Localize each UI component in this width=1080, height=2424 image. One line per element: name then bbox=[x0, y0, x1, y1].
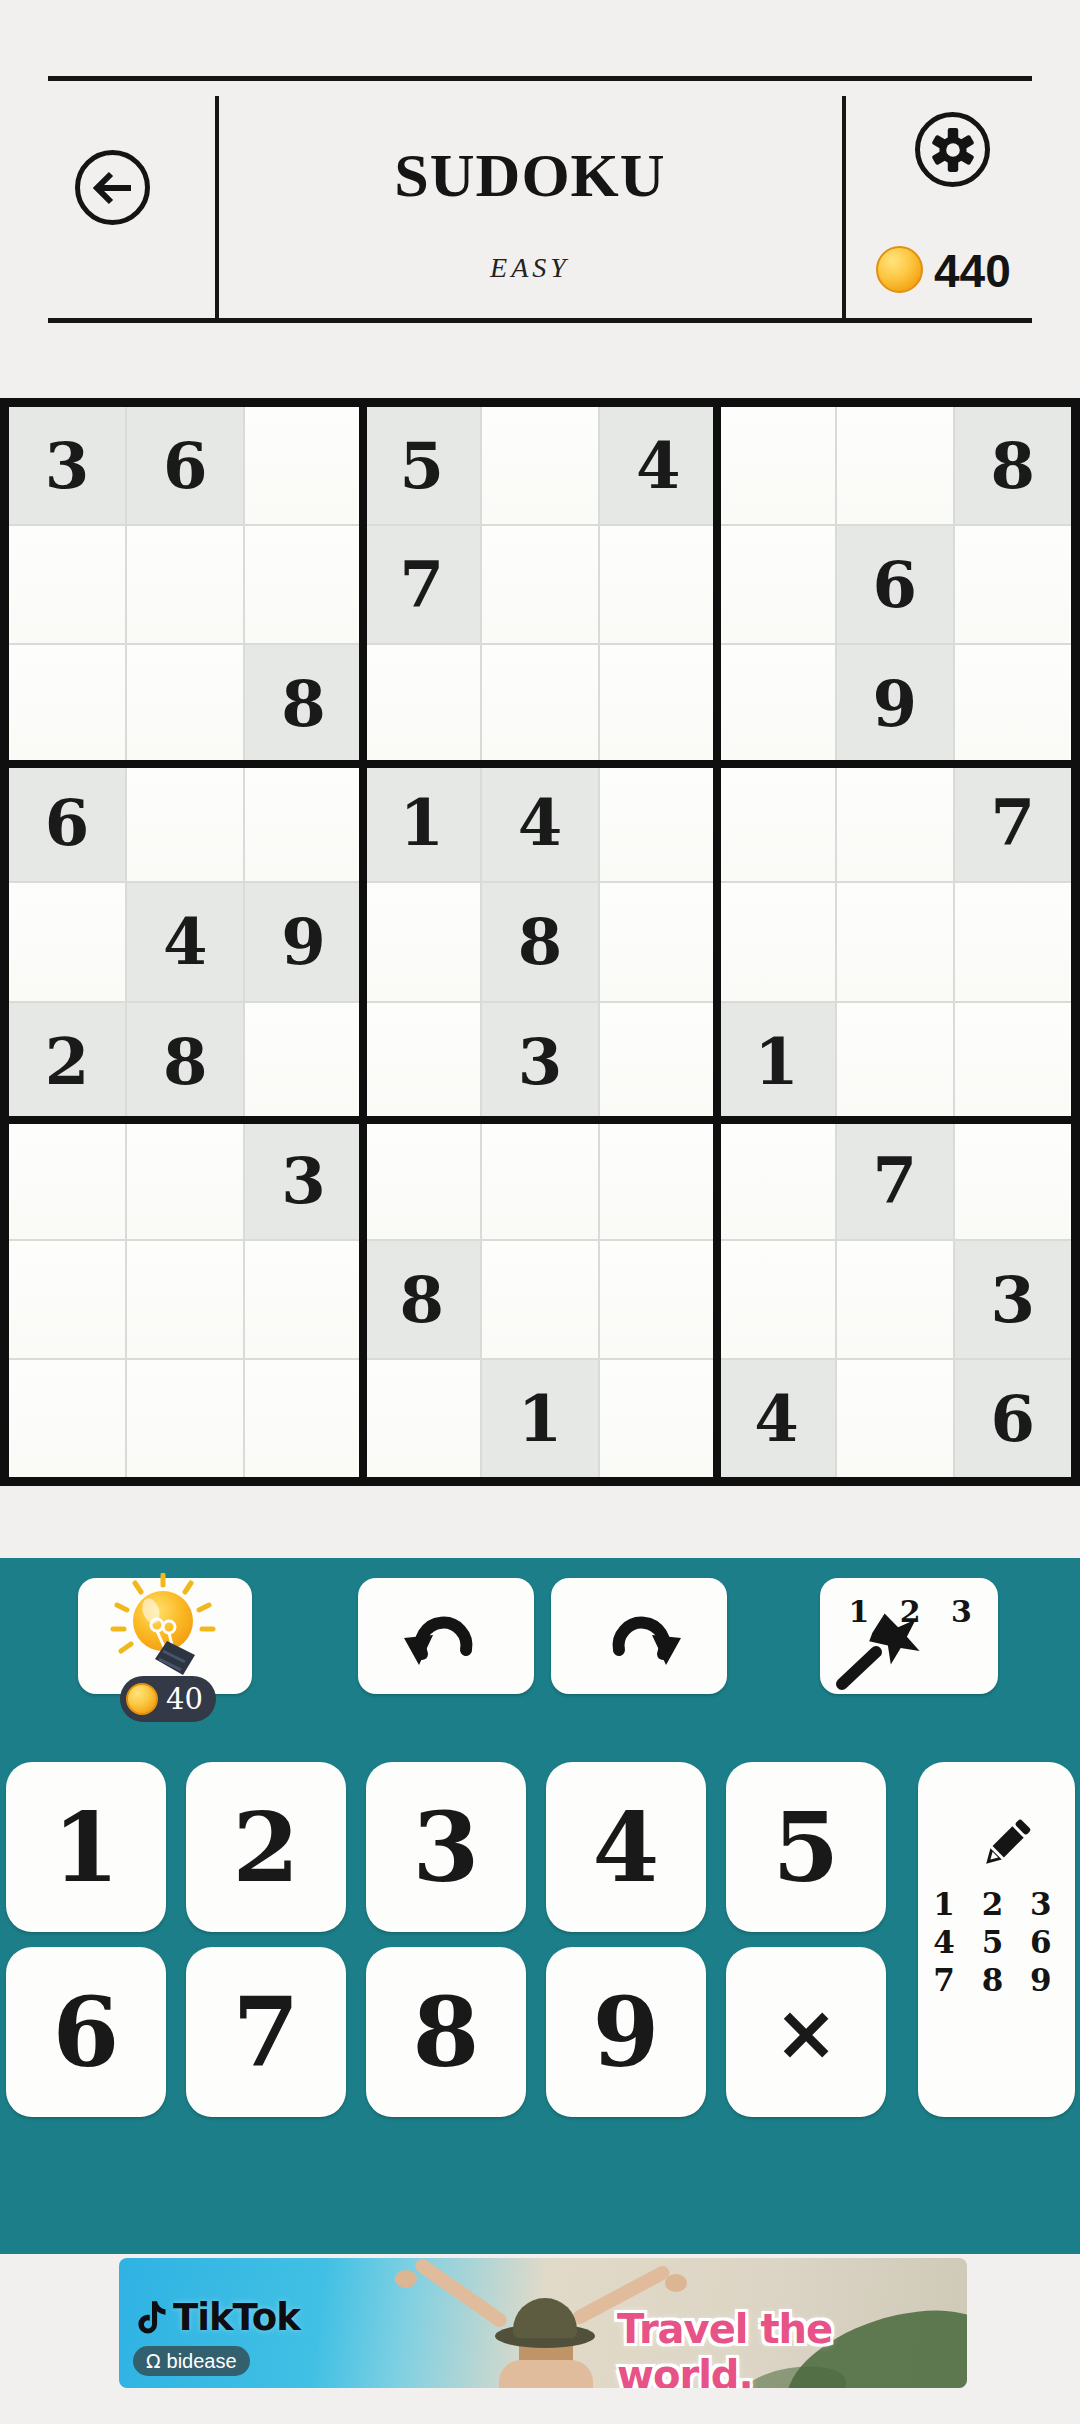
keypad-row-2: 6789× bbox=[6, 1947, 886, 2117]
gear-icon bbox=[930, 127, 976, 173]
coin-balance: 440 bbox=[934, 244, 1011, 298]
cell-r2c5[interactable] bbox=[482, 526, 598, 643]
cell-r5c3[interactable]: 9 bbox=[245, 883, 361, 1000]
key-2[interactable]: 2 bbox=[186, 1762, 346, 1932]
box-divider-vertical-1 bbox=[359, 407, 367, 1477]
cell-r1c1[interactable]: 3 bbox=[9, 407, 125, 524]
ad-photo-hand bbox=[395, 2270, 417, 2288]
difficulty-label: EASY bbox=[220, 252, 840, 284]
key-8[interactable]: 8 bbox=[366, 1947, 526, 2117]
back-arrow-icon bbox=[90, 165, 136, 211]
ad-tagline: Travel the world. bbox=[617, 2306, 967, 2388]
cell-r9c6[interactable] bbox=[600, 1360, 716, 1477]
cell-r1c5[interactable] bbox=[482, 407, 598, 524]
cell-r3c2[interactable] bbox=[127, 645, 243, 762]
bidease-label: bidease bbox=[167, 2350, 237, 2373]
cell-r9c3[interactable] bbox=[245, 1360, 361, 1477]
wand-digits-label: 1 2 3 bbox=[848, 1594, 982, 1629]
box-divider-horizontal-2 bbox=[9, 1116, 1071, 1124]
cell-r8c2[interactable] bbox=[127, 1241, 243, 1358]
ad-banner[interactable]: TikTok Ω bidease Travel the world. bbox=[119, 2258, 967, 2388]
cell-r8c8[interactable] bbox=[837, 1241, 953, 1358]
key-1[interactable]: 1 bbox=[6, 1762, 166, 1932]
ad-photo-hand bbox=[665, 2274, 687, 2292]
cell-r6c6[interactable] bbox=[600, 1003, 716, 1120]
sudoku-board: 365487689614749828313783146 bbox=[0, 398, 1080, 1486]
cell-r2c3[interactable] bbox=[245, 526, 361, 643]
header-divider-left bbox=[215, 96, 219, 318]
cell-r6c4[interactable] bbox=[364, 1003, 480, 1120]
cell-r1c4[interactable]: 5 bbox=[364, 407, 480, 524]
cell-r4c9[interactable]: 7 bbox=[955, 764, 1071, 881]
cell-r4c1[interactable]: 6 bbox=[9, 764, 125, 881]
coin-icon-small bbox=[126, 1683, 158, 1715]
cell-r7c5[interactable] bbox=[482, 1122, 598, 1239]
cell-r2c6[interactable] bbox=[600, 526, 716, 643]
cell-r8c9[interactable]: 3 bbox=[955, 1241, 1071, 1358]
cell-r6c7[interactable]: 1 bbox=[718, 1003, 834, 1120]
cell-r5c2[interactable]: 4 bbox=[127, 883, 243, 1000]
header-top-rule bbox=[48, 76, 1032, 81]
key-erase[interactable]: × bbox=[726, 1947, 886, 2117]
ad-photo-shoulders bbox=[499, 2360, 593, 2388]
cell-r4c6[interactable] bbox=[600, 764, 716, 881]
cell-r1c8[interactable] bbox=[837, 407, 953, 524]
lightbulb-icon bbox=[105, 1573, 225, 1693]
cell-r1c2[interactable]: 6 bbox=[127, 407, 243, 524]
settings-button[interactable] bbox=[915, 112, 990, 187]
cell-r7c8[interactable]: 7 bbox=[837, 1122, 953, 1239]
cell-r3c4[interactable] bbox=[364, 645, 480, 762]
cell-r3c3[interactable]: 8 bbox=[245, 645, 361, 762]
cell-r2c4[interactable]: 7 bbox=[364, 526, 480, 643]
cell-r7c3[interactable]: 3 bbox=[245, 1122, 361, 1239]
hint-cost-badge: 40 bbox=[120, 1676, 216, 1722]
cell-r8c1[interactable] bbox=[9, 1241, 125, 1358]
cell-r6c5[interactable]: 3 bbox=[482, 1003, 598, 1120]
cell-r3c5[interactable] bbox=[482, 645, 598, 762]
ad-photo-hat bbox=[513, 2298, 577, 2338]
undo-icon bbox=[402, 1602, 490, 1670]
cell-r8c7[interactable] bbox=[718, 1241, 834, 1358]
cell-r6c1[interactable]: 2 bbox=[9, 1003, 125, 1120]
notes-pencil-button[interactable]: 1 2 34 5 67 8 9 bbox=[918, 1762, 1075, 2117]
cell-r5c1[interactable] bbox=[9, 883, 125, 1000]
cell-r6c9[interactable] bbox=[955, 1003, 1071, 1120]
box-divider-vertical-2 bbox=[713, 407, 721, 1477]
cell-r4c8[interactable] bbox=[837, 764, 953, 881]
tiktok-logo: TikTok bbox=[137, 2296, 300, 2339]
bidease-logo-icon: Ω bbox=[146, 2352, 161, 2371]
cell-r8c4[interactable]: 8 bbox=[364, 1241, 480, 1358]
auto-notes-button[interactable]: 1 2 3 bbox=[820, 1578, 998, 1694]
cell-r5c5[interactable]: 8 bbox=[482, 883, 598, 1000]
key-5[interactable]: 5 bbox=[726, 1762, 886, 1932]
redo-button[interactable] bbox=[551, 1578, 727, 1694]
board-grid: 365487689614749828313783146 bbox=[9, 407, 1071, 1477]
cell-r8c3[interactable] bbox=[245, 1241, 361, 1358]
key-7[interactable]: 7 bbox=[186, 1947, 346, 2117]
cell-r2c7[interactable] bbox=[718, 526, 834, 643]
hint-cost: 40 bbox=[166, 1682, 203, 1716]
tiktok-brand-label: TikTok bbox=[173, 2296, 300, 2339]
coin-icon bbox=[876, 246, 923, 293]
cell-r6c3[interactable] bbox=[245, 1003, 361, 1120]
cell-r9c7[interactable]: 4 bbox=[718, 1360, 834, 1477]
cell-r8c6[interactable] bbox=[600, 1241, 716, 1358]
cell-r2c2[interactable] bbox=[127, 526, 243, 643]
cell-r7c6[interactable] bbox=[600, 1122, 716, 1239]
cell-r1c7[interactable] bbox=[718, 407, 834, 524]
notes-line: 4 5 6 bbox=[933, 1924, 1059, 1962]
cell-r7c2[interactable] bbox=[127, 1122, 243, 1239]
cell-r3c6[interactable] bbox=[600, 645, 716, 762]
back-button[interactable] bbox=[75, 150, 150, 225]
cell-r1c3[interactable] bbox=[245, 407, 361, 524]
cell-r5c7[interactable] bbox=[718, 883, 834, 1000]
cell-r9c5[interactable]: 1 bbox=[482, 1360, 598, 1477]
sudoku-app: SUDOKU EASY 440 365487689614749828313783… bbox=[0, 0, 1080, 2424]
cell-r4c7[interactable] bbox=[718, 764, 834, 881]
redo-icon bbox=[595, 1602, 683, 1670]
cell-r1c9[interactable]: 8 bbox=[955, 407, 1071, 524]
tiktok-note-icon bbox=[137, 2300, 167, 2336]
cell-r2c1[interactable] bbox=[9, 526, 125, 643]
cell-r5c6[interactable] bbox=[600, 883, 716, 1000]
cell-r5c8[interactable] bbox=[837, 883, 953, 1000]
cell-r9c1[interactable] bbox=[9, 1360, 125, 1477]
notes-line: 1 2 3 bbox=[933, 1886, 1059, 1924]
cell-r9c9[interactable]: 6 bbox=[955, 1360, 1071, 1477]
cell-r5c9[interactable] bbox=[955, 883, 1071, 1000]
cell-r1c6[interactable]: 4 bbox=[600, 407, 716, 524]
key-6[interactable]: 6 bbox=[6, 1947, 166, 2117]
box-divider-horizontal-1 bbox=[9, 760, 1071, 768]
page-title: SUDOKU bbox=[220, 140, 840, 211]
cell-r3c9[interactable] bbox=[955, 645, 1071, 762]
cell-r2c8[interactable]: 6 bbox=[837, 526, 953, 643]
notes-line: 7 8 9 bbox=[933, 1962, 1059, 2000]
cell-r9c2[interactable] bbox=[127, 1360, 243, 1477]
cell-r7c1[interactable] bbox=[9, 1122, 125, 1239]
cell-r9c8[interactable] bbox=[837, 1360, 953, 1477]
cell-r5c4[interactable] bbox=[364, 883, 480, 1000]
cell-r6c2[interactable]: 8 bbox=[127, 1003, 243, 1120]
bidease-badge: Ω bidease bbox=[133, 2346, 250, 2376]
cell-r2c9[interactable] bbox=[955, 526, 1071, 643]
cell-r7c4[interactable] bbox=[364, 1122, 480, 1239]
key-4[interactable]: 4 bbox=[546, 1762, 706, 1932]
cell-r4c3[interactable] bbox=[245, 764, 361, 881]
cell-r4c4[interactable]: 1 bbox=[364, 764, 480, 881]
key-3[interactable]: 3 bbox=[366, 1762, 526, 1932]
cell-r4c5[interactable]: 4 bbox=[482, 764, 598, 881]
cell-r3c7[interactable] bbox=[718, 645, 834, 762]
header-bottom-rule bbox=[48, 318, 1032, 323]
key-9[interactable]: 9 bbox=[546, 1947, 706, 2117]
cell-r7c7[interactable] bbox=[718, 1122, 834, 1239]
cell-r7c9[interactable] bbox=[955, 1122, 1071, 1239]
header-divider-right bbox=[842, 96, 846, 318]
keypad-row-1: 12345 bbox=[6, 1762, 886, 1932]
notes-digits: 1 2 34 5 67 8 9 bbox=[933, 1886, 1059, 1999]
cell-r3c1[interactable] bbox=[9, 645, 125, 762]
undo-button[interactable] bbox=[358, 1578, 534, 1694]
cell-r6c8[interactable] bbox=[837, 1003, 953, 1120]
cell-r9c4[interactable] bbox=[364, 1360, 480, 1477]
cell-r8c5[interactable] bbox=[482, 1241, 598, 1358]
ad-photo-arm bbox=[413, 2258, 509, 2330]
cell-r3c8[interactable]: 9 bbox=[837, 645, 953, 762]
pencil-icon bbox=[974, 1812, 1038, 1876]
cell-r4c2[interactable] bbox=[127, 764, 243, 881]
control-panel: 40 1 2 3 12345 6789× bbox=[0, 1558, 1080, 2254]
